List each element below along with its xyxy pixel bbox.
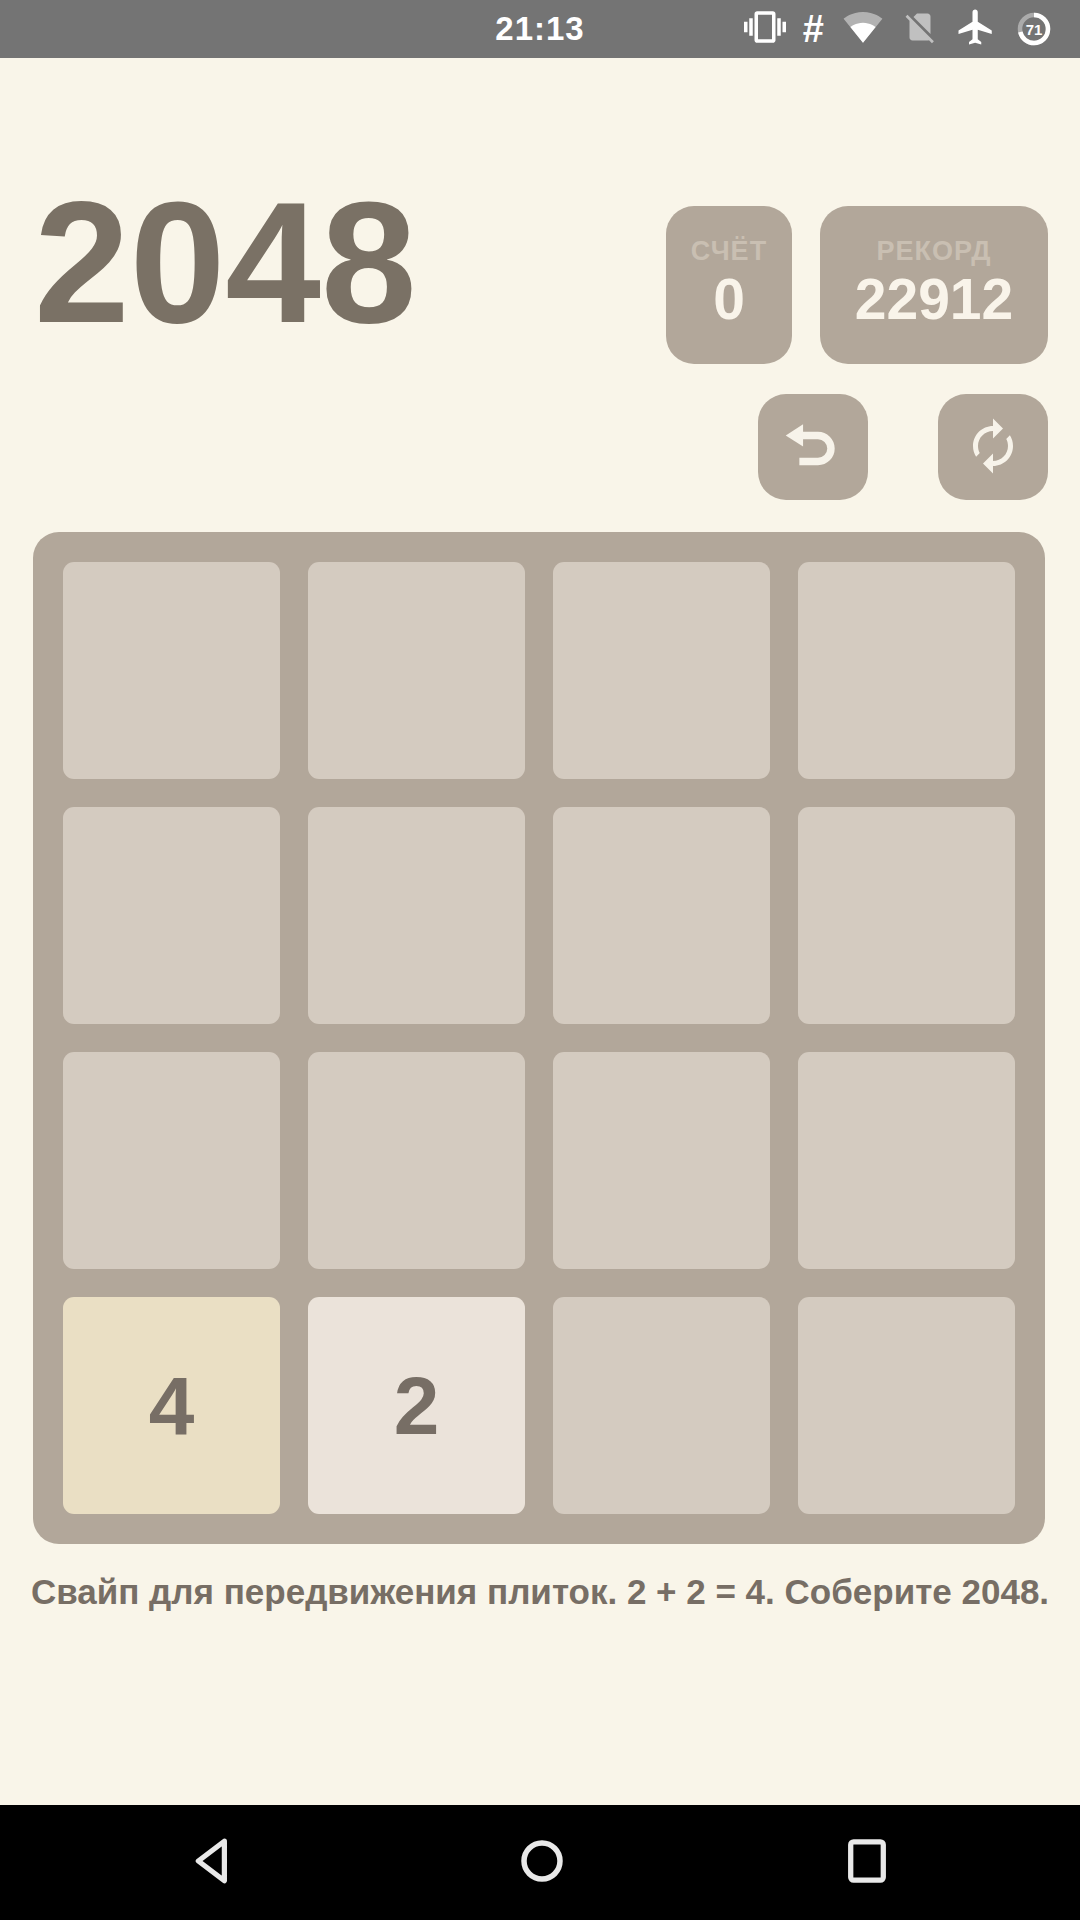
back-icon [190, 1835, 240, 1890]
undo-button[interactable] [758, 394, 868, 500]
board-cell [63, 1052, 280, 1269]
score-value: 0 [713, 267, 745, 333]
battery-circle-icon: 71 [1014, 9, 1054, 49]
restart-icon [963, 416, 1023, 479]
game-board[interactable]: 4 2 [33, 532, 1045, 1544]
score-box: СЧЁТ 0 [666, 206, 792, 364]
board-cell [63, 807, 280, 1024]
clock: 21:13 [495, 10, 584, 48]
board-cell: 2 [308, 1297, 525, 1514]
board-cell [798, 1297, 1015, 1514]
home-button[interactable] [518, 1837, 566, 1888]
best-score-box: РЕКОРД 22912 [820, 206, 1048, 364]
board-cell [308, 807, 525, 1024]
board-cell [798, 807, 1015, 1024]
battery-percent: 71 [1014, 9, 1054, 49]
undo-icon [782, 415, 844, 480]
recents-icon [844, 1836, 890, 1889]
control-buttons [758, 394, 1048, 500]
best-score-label: РЕКОРД [876, 237, 991, 267]
restart-button[interactable] [938, 394, 1048, 500]
score-panel: СЧЁТ 0 РЕКОРД 22912 [666, 206, 1048, 364]
hash-icon: # [803, 10, 824, 48]
board-cell [553, 1052, 770, 1269]
page-title: 2048 [34, 176, 417, 348]
instruction-text: Свайп для передвижения плиток. 2 + 2 = 4… [0, 1572, 1080, 1612]
board-cell [308, 1052, 525, 1269]
status-icons: # 71 [744, 0, 1054, 58]
board-cell [798, 1052, 1015, 1269]
best-score-value: 22912 [855, 267, 1014, 333]
screen: 21:13 # [0, 0, 1080, 1920]
score-label: СЧЁТ [691, 237, 767, 267]
board-cell [553, 1297, 770, 1514]
board-cell [553, 807, 770, 1024]
airplane-icon [955, 6, 997, 52]
back-button[interactable] [190, 1835, 240, 1890]
board-cell [798, 562, 1015, 779]
navigation-bar [0, 1805, 1080, 1920]
home-icon [518, 1837, 566, 1888]
no-sim-icon [902, 7, 938, 51]
recents-button[interactable] [844, 1836, 890, 1889]
board-cell [308, 562, 525, 779]
status-bar: 21:13 # [0, 0, 1080, 58]
board-cell: 4 [63, 1297, 280, 1514]
wifi-icon [841, 7, 885, 51]
board-cell [553, 562, 770, 779]
vibrate-icon [744, 6, 786, 52]
board-cell [63, 562, 280, 779]
